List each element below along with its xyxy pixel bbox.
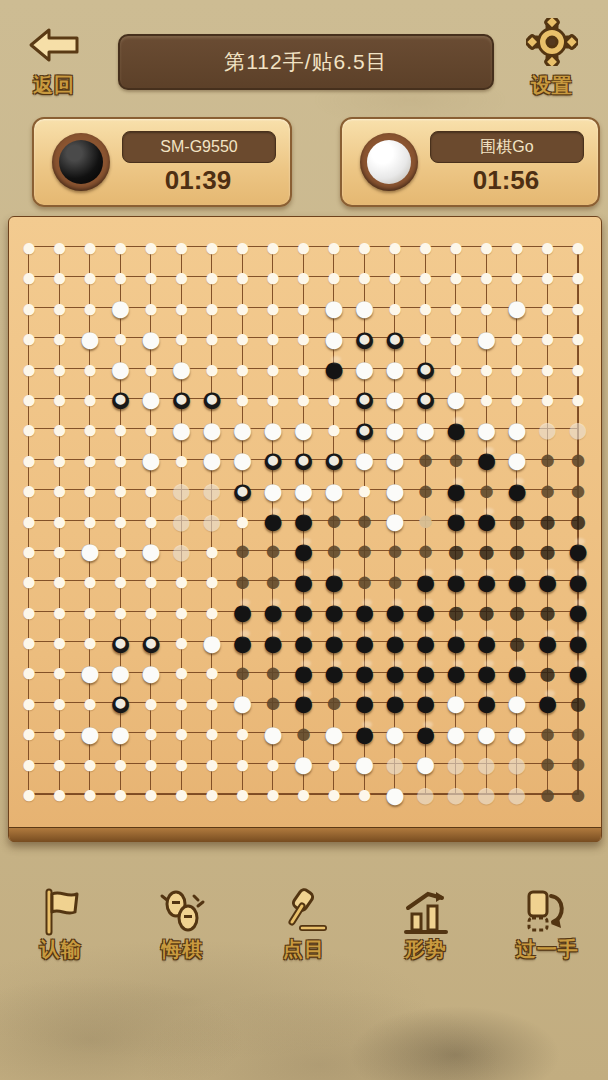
board-point-r4-c16[interactable]: ● bbox=[471, 323, 502, 353]
board-point-r15-c6[interactable]: ● bbox=[166, 657, 197, 687]
board-point-r7-c19[interactable]: ● bbox=[563, 414, 594, 444]
board-point-r12-c2[interactable]: ● bbox=[44, 566, 75, 596]
board-point-r10-c15[interactable]: ● bbox=[441, 505, 472, 535]
board-point-r2-c14[interactable]: ● bbox=[410, 262, 441, 292]
board-point-r13-c1[interactable]: ● bbox=[14, 596, 45, 626]
board-point-r4-c2[interactable]: ● bbox=[44, 323, 75, 353]
board-point-r1-c9[interactable]: ● bbox=[258, 232, 289, 262]
board-point-r17-c8[interactable]: ● bbox=[227, 718, 258, 748]
board-point-r17-c6[interactable]: ● bbox=[166, 718, 197, 748]
board-point-r1-c18[interactable]: ● bbox=[532, 232, 563, 262]
board-point-r2-c13[interactable]: ● bbox=[380, 262, 411, 292]
board-point-r2-c19[interactable]: ● bbox=[563, 262, 594, 292]
board-point-r1-c16[interactable]: ● bbox=[471, 232, 502, 262]
board-point-r10-c1[interactable]: ● bbox=[14, 505, 45, 535]
board-point-r16-c19[interactable]: ● bbox=[563, 688, 594, 718]
board-point-r15-c3[interactable]: ● bbox=[75, 657, 106, 687]
board-point-r18-c5[interactable]: ● bbox=[136, 748, 167, 778]
board-point-r1-c2[interactable]: ● bbox=[44, 232, 75, 262]
board-point-r19-c6[interactable]: ● bbox=[166, 779, 197, 809]
board-point-r11-c2[interactable]: ● bbox=[44, 536, 75, 566]
empty-point-peg: ● bbox=[570, 356, 586, 382]
board-point-r5-c10[interactable]: ● bbox=[288, 353, 319, 383]
resign-button[interactable]: 认输 bbox=[6, 888, 116, 963]
board-point-r5-c2[interactable]: ● bbox=[44, 353, 75, 383]
board-point-r10-c2[interactable]: ● bbox=[44, 505, 75, 535]
board-point-r16-c8[interactable]: ● bbox=[227, 688, 258, 718]
board-point-r10-c17[interactable]: ● bbox=[502, 505, 533, 535]
empty-point-peg: ● bbox=[235, 781, 251, 807]
board-point-r11-c9[interactable]: ● bbox=[258, 536, 289, 566]
empty-point-peg: ● bbox=[235, 508, 251, 534]
board-point-r2-c10[interactable]: ● bbox=[288, 262, 319, 292]
board-point-r8-c4[interactable]: ● bbox=[105, 445, 136, 475]
board-point-r2-c2[interactable]: ● bbox=[44, 262, 75, 292]
board-point-r4-c19[interactable]: ● bbox=[563, 323, 594, 353]
empty-point-peg: ● bbox=[296, 325, 312, 351]
empty-point-peg: ● bbox=[357, 781, 373, 807]
board-point-r10-c7[interactable]: ● bbox=[197, 505, 228, 535]
board-point-r3-c19[interactable]: ● bbox=[563, 293, 594, 323]
board-point-r3-c10[interactable]: ● bbox=[288, 293, 319, 323]
empty-point-peg: ● bbox=[479, 234, 495, 260]
board-point-r14-c8[interactable]: ● bbox=[227, 627, 258, 657]
board-point-r3-c17[interactable]: ● bbox=[502, 293, 533, 323]
board-point-r11-c4[interactable]: ● bbox=[105, 536, 136, 566]
board-point-r9-c3[interactable]: ● bbox=[75, 475, 106, 505]
board-point-r7-c18[interactable]: ● bbox=[532, 414, 563, 444]
empty-point-peg: ● bbox=[52, 477, 68, 503]
board-point-r19-c8[interactable]: ● bbox=[227, 779, 258, 809]
board-point-r8-c5[interactable]: ● bbox=[136, 445, 167, 475]
board-point-r11-c8[interactable]: ● bbox=[227, 536, 258, 566]
board-point-r9-c14[interactable]: ● bbox=[410, 475, 441, 505]
board-point-r19-c4[interactable]: ● bbox=[105, 779, 136, 809]
board-point-r1-c8[interactable]: ● bbox=[227, 232, 258, 262]
empty-point-peg: ● bbox=[357, 477, 373, 503]
board-point-r19-c16[interactable]: ● bbox=[471, 779, 502, 809]
board-point-r10-c12[interactable]: ● bbox=[349, 505, 380, 535]
board-point-r2-c9[interactable]: ● bbox=[258, 262, 289, 292]
board-point-r18-c6[interactable]: ● bbox=[166, 748, 197, 778]
board-point-r5-c1[interactable]: ● bbox=[14, 353, 45, 383]
analysis-button[interactable]: 形势 bbox=[371, 888, 481, 963]
board-point-r1-c1[interactable]: ● bbox=[14, 232, 45, 262]
pass-button[interactable]: 过一手 bbox=[492, 888, 602, 963]
empty-point-peg: ● bbox=[265, 264, 281, 290]
black-territory-dot: ● bbox=[569, 476, 587, 505]
board-point-r3-c18[interactable]: ● bbox=[532, 293, 563, 323]
board-point-r7-c15[interactable]: ● bbox=[441, 414, 472, 444]
board-point-r11-c12[interactable]: ● bbox=[349, 536, 380, 566]
board-point-r2-c18[interactable]: ● bbox=[532, 262, 563, 292]
board-point-r1-c5[interactable]: ● bbox=[136, 232, 167, 262]
board-point-r19-c9[interactable]: ● bbox=[258, 779, 289, 809]
board-point-r2-c1[interactable]: ● bbox=[14, 262, 45, 292]
board-point-r12-c3[interactable]: ● bbox=[75, 566, 106, 596]
board-point-r7-c2[interactable]: ● bbox=[44, 414, 75, 444]
black-territory-dot: ● bbox=[417, 445, 435, 474]
board-point-r8-c3[interactable]: ● bbox=[75, 445, 106, 475]
board-point-r2-c6[interactable]: ● bbox=[166, 262, 197, 292]
board-point-r10-c16[interactable]: ● bbox=[471, 505, 502, 535]
undo-button[interactable]: 悔棋 bbox=[127, 888, 237, 963]
white-territory-ghost: ● bbox=[445, 775, 468, 813]
empty-point-peg: ● bbox=[174, 751, 190, 777]
board-point-r10-c13[interactable]: ● bbox=[380, 505, 411, 535]
empty-point-peg: ● bbox=[52, 781, 68, 807]
board-point-r12-c4[interactable]: ● bbox=[105, 566, 136, 596]
board-point-r19-c13[interactable]: ● bbox=[380, 779, 411, 809]
board-point-r17-c4[interactable]: ● bbox=[105, 718, 136, 748]
empty-point-peg: ● bbox=[204, 720, 220, 746]
black-territory-dot: ● bbox=[569, 749, 587, 778]
empty-point-peg: ● bbox=[82, 447, 98, 473]
board-point-r10-c9[interactable]: ● bbox=[258, 505, 289, 535]
board-point-r12-c1[interactable]: ● bbox=[14, 566, 45, 596]
board-point-r9-c1[interactable]: ● bbox=[14, 475, 45, 505]
board-point-r19-c5[interactable]: ● bbox=[136, 779, 167, 809]
board-point-r3-c6[interactable]: ● bbox=[166, 293, 197, 323]
board-point-r13-c6[interactable]: ● bbox=[166, 596, 197, 626]
board-point-r5-c11[interactable]: ● bbox=[319, 353, 350, 383]
black-territory-dot: ● bbox=[234, 536, 252, 565]
board-point-r6-c4[interactable]: ●● bbox=[105, 384, 136, 414]
board-point-r18-c11[interactable]: ● bbox=[319, 748, 350, 778]
board-point-r4-c15[interactable]: ● bbox=[441, 323, 472, 353]
trend-chart-icon bbox=[371, 888, 481, 936]
white-stone: ● bbox=[78, 653, 102, 692]
board-point-r6-c3[interactable]: ● bbox=[75, 384, 106, 414]
empty-point-peg: ● bbox=[113, 751, 129, 777]
board-point-r5-c9[interactable]: ● bbox=[258, 353, 289, 383]
board-point-r1-c13[interactable]: ● bbox=[380, 232, 411, 262]
empty-point-peg: ● bbox=[418, 234, 434, 260]
go-board[interactable]: ●●●●●●●●●●●●●●●●●●●●●●●●●●●●●●●●●●●●●●●●… bbox=[8, 216, 602, 842]
board-point-r5-c8[interactable]: ● bbox=[227, 353, 258, 383]
board-point-r12-c17[interactable]: ● bbox=[502, 566, 533, 596]
board-point-r19-c18[interactable]: ● bbox=[532, 779, 563, 809]
black-territory-dot: ● bbox=[569, 445, 587, 474]
black-player-clock: 01:39 bbox=[122, 165, 274, 196]
board-point-r2-c5[interactable]: ● bbox=[136, 262, 167, 292]
board-point-r3-c2[interactable]: ● bbox=[44, 293, 75, 323]
board-point-r7-c1[interactable]: ● bbox=[14, 414, 45, 444]
empty-point-peg: ● bbox=[52, 295, 68, 321]
board-point-r18-c7[interactable]: ● bbox=[197, 748, 228, 778]
board-point-r5-c16[interactable]: ● bbox=[471, 353, 502, 383]
board-point-r19-c14[interactable]: ● bbox=[410, 779, 441, 809]
board-point-r3-c8[interactable]: ● bbox=[227, 293, 258, 323]
empty-point-peg: ● bbox=[113, 568, 129, 594]
board-point-r10-c18[interactable]: ● bbox=[532, 505, 563, 535]
board-point-r14-c9[interactable]: ● bbox=[258, 627, 289, 657]
empty-point-peg: ● bbox=[52, 629, 68, 655]
board-point-r1-c3[interactable]: ● bbox=[75, 232, 106, 262]
black-territory-dot: ● bbox=[325, 506, 343, 535]
board-point-r19-c2[interactable]: ● bbox=[44, 779, 75, 809]
board-point-r8-c16[interactable]: ● bbox=[471, 445, 502, 475]
board-point-r9-c11[interactable]: ● bbox=[319, 475, 350, 505]
black-player-name-plate: SM-G9550 bbox=[122, 131, 276, 163]
board-point-r8-c12[interactable]: ● bbox=[349, 445, 380, 475]
board-point-r18-c9[interactable]: ● bbox=[258, 748, 289, 778]
board-point-r16-c6[interactable]: ● bbox=[166, 688, 197, 718]
board-point-r11-c6[interactable]: ● bbox=[166, 536, 197, 566]
board-point-r3-c9[interactable]: ● bbox=[258, 293, 289, 323]
board-point-r1-c11[interactable]: ● bbox=[319, 232, 350, 262]
empty-point-peg: ● bbox=[204, 659, 220, 685]
board-point-r8-c18[interactable]: ● bbox=[532, 445, 563, 475]
board-point-r18-c18[interactable]: ● bbox=[532, 748, 563, 778]
board-point-r9-c18[interactable]: ● bbox=[532, 475, 563, 505]
white-stone: ● bbox=[322, 714, 346, 753]
board-point-r4-c1[interactable]: ● bbox=[14, 323, 45, 353]
board-point-r19-c12[interactable]: ● bbox=[349, 779, 380, 809]
board-point-r1-c4[interactable]: ● bbox=[105, 232, 136, 262]
board-point-r19-c15[interactable]: ● bbox=[441, 779, 472, 809]
board-point-r1-c7[interactable]: ● bbox=[197, 232, 228, 262]
board-point-r18-c4[interactable]: ● bbox=[105, 748, 136, 778]
empty-point-peg: ● bbox=[21, 751, 37, 777]
board-point-r14-c18[interactable]: ● bbox=[532, 627, 563, 657]
board-point-r15-c2[interactable]: ● bbox=[44, 657, 75, 687]
board-point-r12-c15[interactable]: ● bbox=[441, 566, 472, 596]
board-point-r9-c12[interactable]: ● bbox=[349, 475, 380, 505]
white-stone: ● bbox=[200, 623, 224, 662]
board-point-r17-c7[interactable]: ● bbox=[197, 718, 228, 748]
board-point-r10-c4[interactable]: ● bbox=[105, 505, 136, 535]
empty-point-peg: ● bbox=[204, 264, 220, 290]
board-point-r12-c18[interactable]: ● bbox=[532, 566, 563, 596]
board-point-r19-c7[interactable]: ● bbox=[197, 779, 228, 809]
board-point-r3-c1[interactable]: ● bbox=[14, 293, 45, 323]
board-point-r11-c5[interactable]: ● bbox=[136, 536, 167, 566]
board-point-r12-c6[interactable]: ● bbox=[166, 566, 197, 596]
board-point-r1-c10[interactable]: ● bbox=[288, 232, 319, 262]
board-point-r15-c7[interactable]: ● bbox=[197, 657, 228, 687]
board-point-r17-c5[interactable]: ● bbox=[136, 718, 167, 748]
board-point-r14-c1[interactable]: ● bbox=[14, 627, 45, 657]
board-point-r5-c3[interactable]: ● bbox=[75, 353, 106, 383]
empty-point-peg: ● bbox=[204, 751, 220, 777]
back-label: 返回 bbox=[14, 72, 94, 99]
board-point-r5-c17[interactable]: ● bbox=[502, 353, 533, 383]
board-point-r18-c10[interactable]: ● bbox=[288, 748, 319, 778]
white-stone: ● bbox=[109, 288, 133, 327]
board-point-r1-c15[interactable]: ● bbox=[441, 232, 472, 262]
white-stone: ● bbox=[139, 440, 163, 479]
empty-point-peg: ● bbox=[21, 295, 37, 321]
empty-point-peg: ● bbox=[204, 568, 220, 594]
board-point-r17-c3[interactable]: ● bbox=[75, 718, 106, 748]
white-player-name-plate: 围棋Go bbox=[430, 131, 584, 163]
board-point-r18-c19[interactable]: ● bbox=[563, 748, 594, 778]
empty-point-peg: ● bbox=[174, 264, 190, 290]
empty-point-peg: ● bbox=[174, 690, 190, 716]
board-point-r19-c11[interactable]: ● bbox=[319, 779, 350, 809]
empty-point-peg: ● bbox=[418, 295, 434, 321]
board-point-r14-c7[interactable]: ● bbox=[197, 627, 228, 657]
board-point-r18-c3[interactable]: ● bbox=[75, 748, 106, 778]
board-point-r6-c11[interactable]: ● bbox=[319, 384, 350, 414]
board-point-r1-c19[interactable]: ● bbox=[563, 232, 594, 262]
board-point-r3-c4[interactable]: ● bbox=[105, 293, 136, 323]
board-point-r16-c2[interactable]: ● bbox=[44, 688, 75, 718]
board-point-r14-c2[interactable]: ● bbox=[44, 627, 75, 657]
board-point-r15-c11[interactable]: ● bbox=[319, 657, 350, 687]
board-point-r4-c9[interactable]: ● bbox=[258, 323, 289, 353]
board-point-r9-c17[interactable]: ● bbox=[502, 475, 533, 505]
board-point-r19-c19[interactable]: ● bbox=[563, 779, 594, 809]
board-point-r17-c2[interactable]: ● bbox=[44, 718, 75, 748]
board-point-r3-c7[interactable]: ● bbox=[197, 293, 228, 323]
board-point-r9-c2[interactable]: ● bbox=[44, 475, 75, 505]
board-point-r16-c18[interactable]: ● bbox=[532, 688, 563, 718]
board-point-r4-c17[interactable]: ● bbox=[502, 323, 533, 353]
board-point-r17-c11[interactable]: ● bbox=[319, 718, 350, 748]
board-point-r6-c1[interactable]: ● bbox=[14, 384, 45, 414]
count-button[interactable]: 点目 bbox=[249, 888, 359, 963]
board-point-r4-c10[interactable]: ● bbox=[288, 323, 319, 353]
board-point-r13-c2[interactable]: ● bbox=[44, 596, 75, 626]
board-point-r15-c1[interactable]: ● bbox=[14, 657, 45, 687]
board-point-r17-c9[interactable]: ● bbox=[258, 718, 289, 748]
board-point-r2-c7[interactable]: ● bbox=[197, 262, 228, 292]
empty-point-peg: ● bbox=[540, 295, 556, 321]
board-point-r9-c4[interactable]: ● bbox=[105, 475, 136, 505]
board-point-r17-c19[interactable]: ● bbox=[563, 718, 594, 748]
board-point-r19-c3[interactable]: ● bbox=[75, 779, 106, 809]
board-point-r11-c1[interactable]: ● bbox=[14, 536, 45, 566]
board-point-r11-c7[interactable]: ● bbox=[197, 536, 228, 566]
board-point-r6-c2[interactable]: ● bbox=[44, 384, 75, 414]
board-point-r8-c1[interactable]: ● bbox=[14, 445, 45, 475]
board-point-r16-c5[interactable]: ● bbox=[136, 688, 167, 718]
black-territory-dot: ● bbox=[356, 536, 374, 565]
board-point-r7-c14[interactable]: ● bbox=[410, 414, 441, 444]
board-point-r16-c1[interactable]: ● bbox=[14, 688, 45, 718]
board-point-r19-c10[interactable]: ● bbox=[288, 779, 319, 809]
board-point-r1-c12[interactable]: ● bbox=[349, 232, 380, 262]
empty-point-peg: ● bbox=[82, 477, 98, 503]
board-point-r5-c19[interactable]: ● bbox=[563, 353, 594, 383]
empty-point-peg: ● bbox=[204, 234, 220, 260]
board-point-r4-c8[interactable]: ● bbox=[227, 323, 258, 353]
board-point-r2-c16[interactable]: ● bbox=[471, 262, 502, 292]
empty-point-peg: ● bbox=[448, 264, 464, 290]
board-point-r4-c18[interactable]: ● bbox=[532, 323, 563, 353]
empty-point-peg: ● bbox=[204, 538, 220, 564]
back-button[interactable]: 返回 bbox=[14, 26, 94, 99]
board-point-r3-c15[interactable]: ● bbox=[441, 293, 472, 323]
board-point-r16-c10[interactable]: ● bbox=[288, 688, 319, 718]
board-point-r10-c8[interactable]: ● bbox=[227, 505, 258, 535]
white-stone-bowl-icon bbox=[360, 133, 418, 191]
empty-point-peg: ● bbox=[52, 508, 68, 534]
settings-button[interactable]: 设置 bbox=[512, 18, 592, 99]
empty-point-peg: ● bbox=[174, 568, 190, 594]
empty-point-peg: ● bbox=[82, 356, 98, 382]
empty-point-peg: ● bbox=[448, 234, 464, 260]
empty-point-peg: ● bbox=[21, 264, 37, 290]
board-point-r7-c6[interactable]: ● bbox=[166, 414, 197, 444]
empty-point-peg: ● bbox=[113, 416, 129, 442]
empty-point-peg: ● bbox=[52, 720, 68, 746]
board-point-r7-c3[interactable]: ● bbox=[75, 414, 106, 444]
board-point-r19-c17[interactable]: ● bbox=[502, 779, 533, 809]
board-point-r15-c5[interactable]: ● bbox=[136, 657, 167, 687]
empty-point-peg: ● bbox=[52, 659, 68, 685]
empty-point-peg: ● bbox=[570, 234, 586, 260]
board-point-r2-c3[interactable]: ● bbox=[75, 262, 106, 292]
board-point-r11-c13[interactable]: ● bbox=[380, 536, 411, 566]
board-point-r18-c12[interactable]: ● bbox=[349, 748, 380, 778]
board-point-r6-c5[interactable]: ● bbox=[136, 384, 167, 414]
empty-point-peg: ● bbox=[143, 234, 159, 260]
empty-point-peg: ● bbox=[82, 599, 98, 625]
board-point-r10-c14[interactable]: ● bbox=[410, 505, 441, 535]
board-point-r18-c8[interactable]: ● bbox=[227, 748, 258, 778]
board-point-r4-c3[interactable]: ● bbox=[75, 323, 106, 353]
board-point-r4-c7[interactable]: ● bbox=[197, 323, 228, 353]
board-point-r11-c3[interactable]: ● bbox=[75, 536, 106, 566]
board-point-r3-c14[interactable]: ● bbox=[410, 293, 441, 323]
board-point-r18-c1[interactable]: ● bbox=[14, 748, 45, 778]
board-point-r12-c16[interactable]: ● bbox=[471, 566, 502, 596]
board-point-r4-c5[interactable]: ● bbox=[136, 323, 167, 353]
board-point-r9-c19[interactable]: ● bbox=[563, 475, 594, 505]
empty-point-peg: ● bbox=[479, 264, 495, 290]
board-point-r1-c14[interactable]: ● bbox=[410, 232, 441, 262]
empty-point-peg: ● bbox=[113, 508, 129, 534]
board-point-r18-c2[interactable]: ● bbox=[44, 748, 75, 778]
board-point-r8-c19[interactable]: ● bbox=[563, 445, 594, 475]
board-point-r2-c15[interactable]: ● bbox=[441, 262, 472, 292]
board-point-r5-c18[interactable]: ● bbox=[532, 353, 563, 383]
board-point-r14-c6[interactable]: ● bbox=[166, 627, 197, 657]
board-point-r12-c5[interactable]: ● bbox=[136, 566, 167, 596]
white-player-name: 围棋Go bbox=[480, 137, 533, 158]
board-point-r19-c1[interactable]: ● bbox=[14, 779, 45, 809]
board-point-r17-c18[interactable]: ● bbox=[532, 718, 563, 748]
board-point-r1-c6[interactable]: ● bbox=[166, 232, 197, 262]
settings-label: 设置 bbox=[512, 72, 592, 99]
board-point-r8-c2[interactable]: ● bbox=[44, 445, 75, 475]
black-territory-dot: ● bbox=[264, 536, 282, 565]
board-point-r15-c19[interactable]: ● bbox=[563, 657, 594, 687]
board-point-r2-c8[interactable]: ● bbox=[227, 262, 258, 292]
board-point-r13-c3[interactable]: ● bbox=[75, 596, 106, 626]
board-point-r9-c5[interactable]: ● bbox=[136, 475, 167, 505]
empty-point-peg: ● bbox=[143, 477, 159, 503]
board-point-r8-c14[interactable]: ● bbox=[410, 445, 441, 475]
board-point-r16-c7[interactable]: ● bbox=[197, 688, 228, 718]
board-point-r1-c17[interactable]: ● bbox=[502, 232, 533, 262]
board-point-r12-c7[interactable]: ● bbox=[197, 566, 228, 596]
empty-point-peg: ● bbox=[235, 751, 251, 777]
board-point-r15-c9[interactable]: ● bbox=[258, 657, 289, 687]
white-stone: ● bbox=[78, 714, 102, 753]
move-info-text: 第112手/贴6.5目 bbox=[224, 48, 388, 76]
board-point-r13-c17[interactable]: ● bbox=[502, 596, 533, 626]
board-point-r7-c4[interactable]: ● bbox=[105, 414, 136, 444]
board-point-r10-c11[interactable]: ● bbox=[319, 505, 350, 535]
empty-point-peg: ● bbox=[570, 325, 586, 351]
board-point-r17-c1[interactable]: ● bbox=[14, 718, 45, 748]
board-point-r9-c8[interactable]: ●● bbox=[227, 475, 258, 505]
white-stone: ● bbox=[78, 319, 102, 358]
